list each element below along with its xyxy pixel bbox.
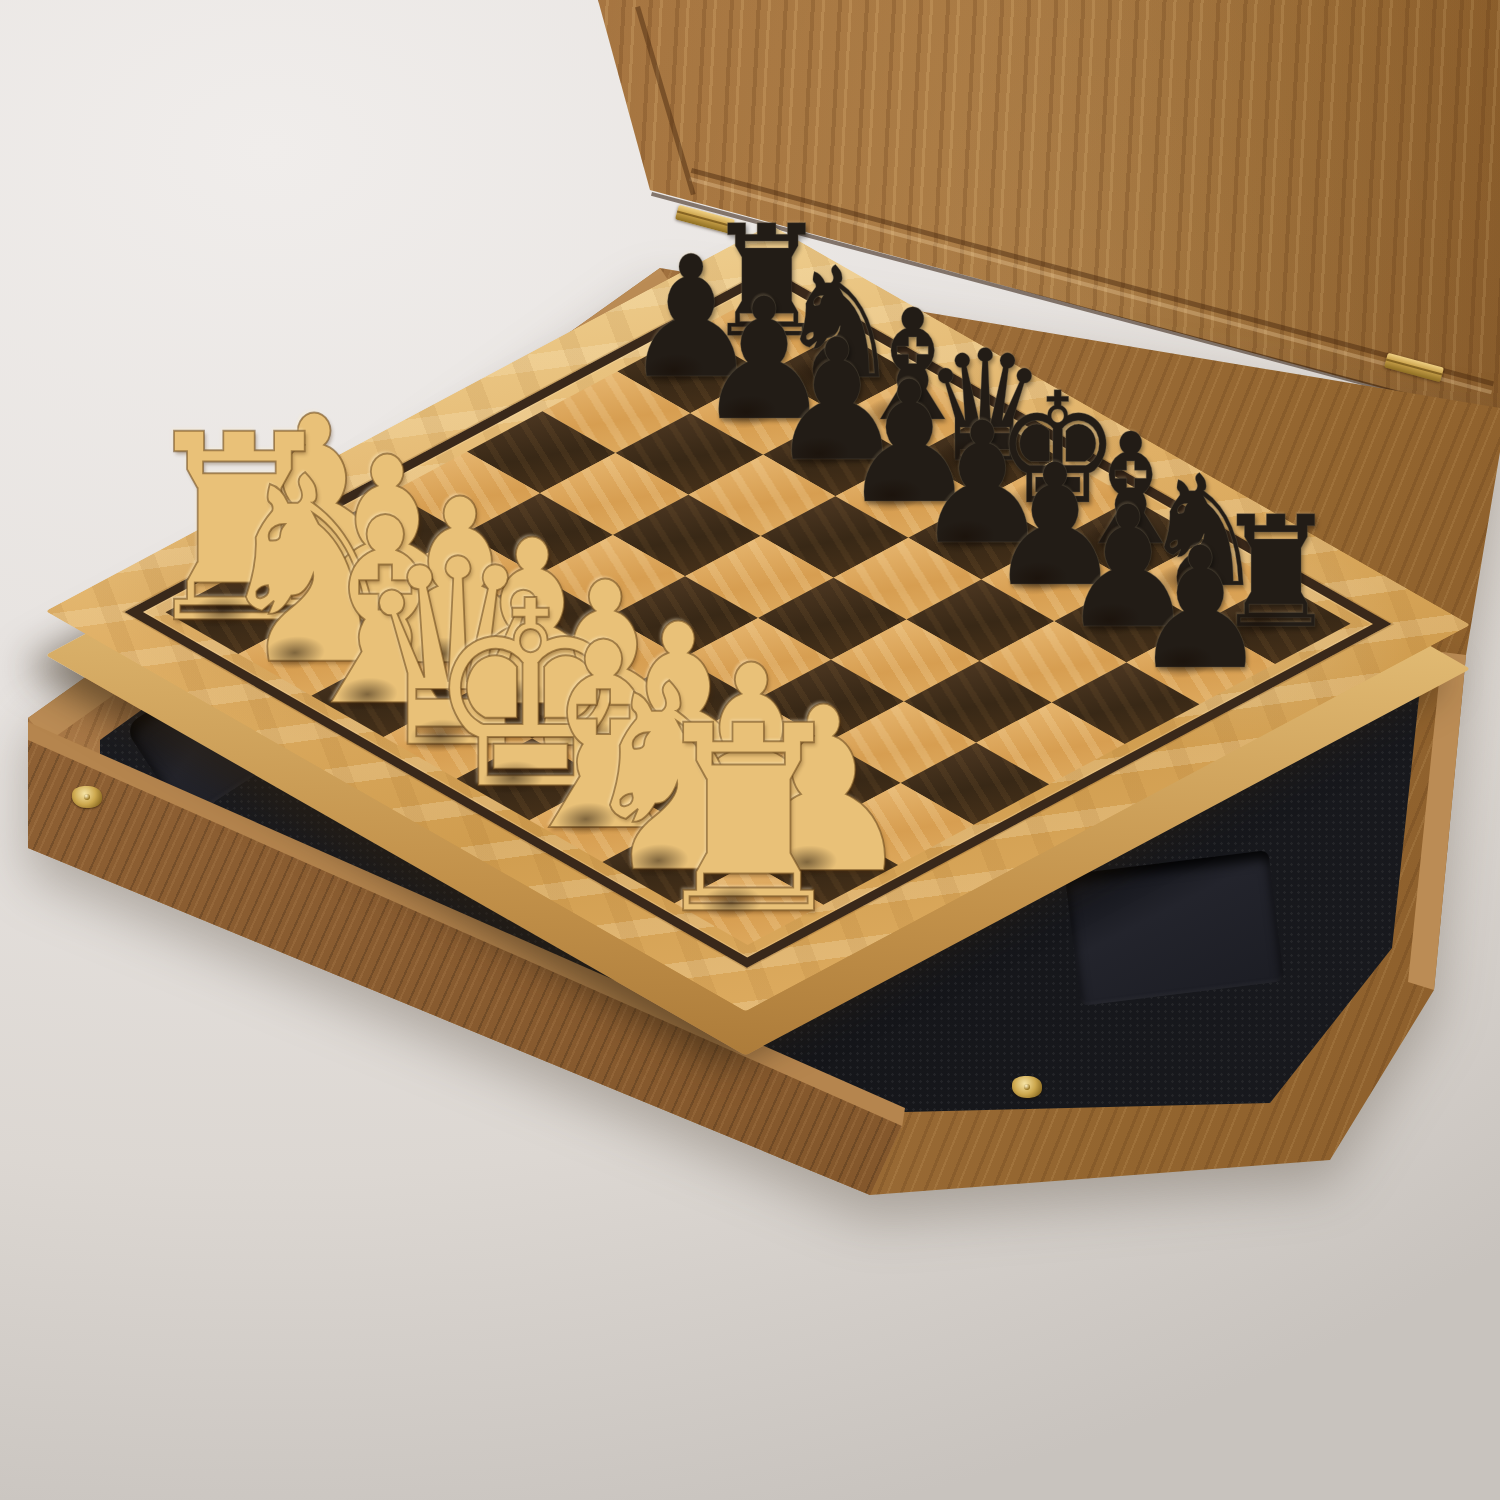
brass-clasp-front-left-icon [72,786,102,808]
brass-clasp-front-right-icon [1012,1076,1042,1098]
chess-set-photo-scene: ♜♞♝♛♚♝♞♜♟♟♟♟♟♟♟♟♟♟♟♟♟♟♟♟♜♞♝♛♚♝♞♜ [0,0,1500,1500]
foam-cutout-right [1065,850,1285,1006]
